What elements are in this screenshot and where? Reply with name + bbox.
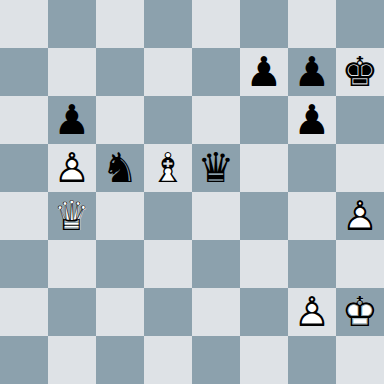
square-g8[interactable] [288,0,336,48]
black-pawn-glyph: ♟ [48,96,96,144]
black-knight-glyph: ♞ [96,144,144,192]
square-h5[interactable] [336,144,384,192]
piece-black-pawn[interactable]: ♟ [240,48,288,96]
black-king-glyph: ♚ [336,48,384,96]
square-e1[interactable] [192,336,240,384]
piece-black-king[interactable]: ♚ [336,48,384,96]
square-d7[interactable] [144,48,192,96]
square-b5[interactable]: ♟♙ [48,144,96,192]
square-f2[interactable] [240,288,288,336]
piece-black-pawn[interactable]: ♟ [288,96,336,144]
square-c8[interactable] [96,0,144,48]
white-pawn-glyph-outline: ♙ [288,288,336,336]
white-bishop-glyph-outline: ♗ [144,144,192,192]
square-d8[interactable] [144,0,192,48]
square-h6[interactable] [336,96,384,144]
square-a3[interactable] [0,240,48,288]
square-e6[interactable] [192,96,240,144]
black-queen-glyph: ♛ [192,144,240,192]
piece-white-bishop[interactable]: ♝♗ [144,144,192,192]
square-e2[interactable] [192,288,240,336]
square-h8[interactable] [336,0,384,48]
piece-white-pawn[interactable]: ♟♙ [288,288,336,336]
piece-black-queen[interactable]: ♛ [192,144,240,192]
piece-white-pawn[interactable]: ♟♙ [336,192,384,240]
square-b8[interactable] [48,0,96,48]
square-c2[interactable] [96,288,144,336]
square-c7[interactable] [96,48,144,96]
square-h2[interactable]: ♚♔ [336,288,384,336]
square-c6[interactable] [96,96,144,144]
square-g3[interactable] [288,240,336,288]
piece-white-queen[interactable]: ♛♕ [48,192,96,240]
black-pawn-glyph: ♟ [240,48,288,96]
piece-white-king[interactable]: ♚♔ [336,288,384,336]
square-g5[interactable] [288,144,336,192]
white-king-glyph-outline: ♔ [336,288,384,336]
square-f7[interactable]: ♟ [240,48,288,96]
square-d4[interactable] [144,192,192,240]
square-a7[interactable] [0,48,48,96]
square-b6[interactable]: ♟ [48,96,96,144]
square-d3[interactable] [144,240,192,288]
square-b1[interactable] [48,336,96,384]
white-pawn-glyph-outline: ♙ [336,192,384,240]
square-b2[interactable] [48,288,96,336]
square-f3[interactable] [240,240,288,288]
square-f1[interactable] [240,336,288,384]
square-a2[interactable] [0,288,48,336]
square-h1[interactable] [336,336,384,384]
square-e4[interactable] [192,192,240,240]
square-f5[interactable] [240,144,288,192]
black-pawn-glyph: ♟ [288,96,336,144]
square-a4[interactable] [0,192,48,240]
square-a6[interactable] [0,96,48,144]
square-g2[interactable]: ♟♙ [288,288,336,336]
square-d6[interactable] [144,96,192,144]
square-c1[interactable] [96,336,144,384]
square-c5[interactable]: ♞ [96,144,144,192]
square-h3[interactable] [336,240,384,288]
square-c4[interactable] [96,192,144,240]
square-a5[interactable] [0,144,48,192]
piece-white-pawn[interactable]: ♟♙ [48,144,96,192]
piece-black-knight[interactable]: ♞ [96,144,144,192]
square-e8[interactable] [192,0,240,48]
black-pawn-glyph: ♟ [288,48,336,96]
square-d5[interactable]: ♝♗ [144,144,192,192]
square-e5[interactable]: ♛ [192,144,240,192]
square-d2[interactable] [144,288,192,336]
square-g7[interactable]: ♟ [288,48,336,96]
piece-black-pawn[interactable]: ♟ [48,96,96,144]
square-b7[interactable] [48,48,96,96]
square-c3[interactable] [96,240,144,288]
square-g6[interactable]: ♟ [288,96,336,144]
piece-black-pawn[interactable]: ♟ [288,48,336,96]
square-a1[interactable] [0,336,48,384]
square-b3[interactable] [48,240,96,288]
square-f4[interactable] [240,192,288,240]
square-b4[interactable]: ♛♕ [48,192,96,240]
square-f6[interactable] [240,96,288,144]
square-e7[interactable] [192,48,240,96]
square-f8[interactable] [240,0,288,48]
square-h7[interactable]: ♚ [336,48,384,96]
white-pawn-glyph-outline: ♙ [48,144,96,192]
white-queen-glyph-outline: ♕ [48,192,96,240]
square-e3[interactable] [192,240,240,288]
square-h4[interactable]: ♟♙ [336,192,384,240]
square-g4[interactable] [288,192,336,240]
square-d1[interactable] [144,336,192,384]
square-g1[interactable] [288,336,336,384]
chess-board: ♟♟♚♟♟♟♙♞♝♗♛♛♕♟♙♟♙♚♔ [0,0,384,384]
square-a8[interactable] [0,0,48,48]
